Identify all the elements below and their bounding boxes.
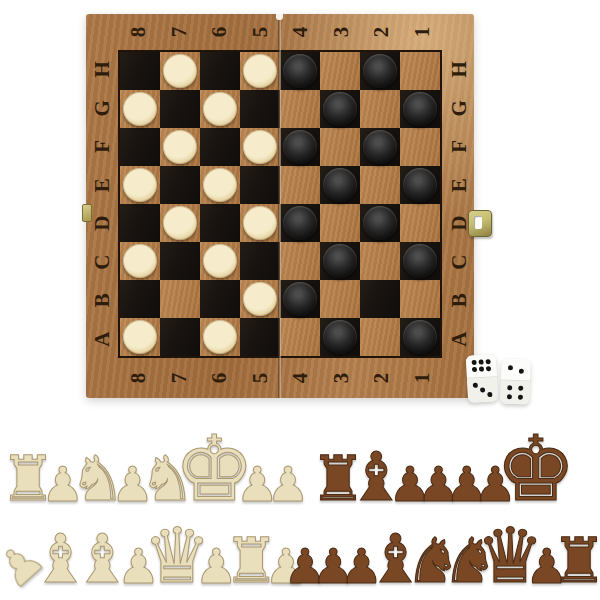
coord-label-2: 2: [363, 12, 399, 53]
brass-latch-icon: [468, 210, 492, 237]
square-H7[interactable]: [160, 52, 200, 90]
black-checker[interactable]: [403, 244, 437, 278]
coord-label-3: 3: [323, 12, 359, 53]
die-pip: [507, 394, 512, 399]
right-coordinate-labels: HGFEDCBA: [442, 50, 476, 358]
square-H2[interactable]: [360, 52, 400, 90]
white-checker[interactable]: [203, 92, 237, 126]
square-B3[interactable]: [320, 280, 360, 318]
brown-king[interactable]: ♚: [510, 424, 562, 514]
die-pip: [479, 367, 484, 372]
die-face-2: [501, 359, 531, 382]
square-G3[interactable]: [320, 90, 360, 128]
white-checker[interactable]: [123, 92, 157, 126]
white-checker[interactable]: [203, 244, 237, 278]
square-G8[interactable]: [120, 90, 160, 128]
square-D5[interactable]: [240, 204, 280, 242]
square-D4[interactable]: [280, 204, 320, 242]
square-A2[interactable]: [360, 318, 400, 356]
black-checker[interactable]: [403, 168, 437, 202]
square-D1[interactable]: [400, 204, 440, 242]
square-B4[interactable]: [280, 280, 320, 318]
white-king[interactable]: ♚: [188, 424, 240, 514]
square-H5[interactable]: [240, 52, 280, 90]
square-E1[interactable]: [400, 166, 440, 204]
fold-seam: [278, 14, 281, 398]
white-checker[interactable]: [163, 130, 197, 164]
chess-row2-white-group: ♟♝♝♟♛♟♜♟: [10, 502, 300, 582]
brass-hinge-icon: [82, 204, 92, 222]
square-F7[interactable]: [160, 128, 200, 166]
coord-label-7: 7: [161, 12, 197, 53]
square-E8[interactable]: [120, 166, 160, 204]
fold-seam-notch: [276, 12, 283, 20]
square-H3[interactable]: [320, 52, 360, 90]
coord-label-1: 1: [402, 358, 442, 399]
coord-label-B: B: [440, 283, 479, 317]
chess-row2-brown-group: ♟♟♟♝♞♞♛♟♜: [291, 502, 597, 582]
coord-label-B: B: [83, 284, 122, 316]
coord-label-3: 3: [321, 358, 361, 399]
square-C7[interactable]: [160, 242, 200, 280]
coord-label-F: F: [83, 130, 122, 162]
square-G6[interactable]: [200, 90, 240, 128]
coord-label-5: 5: [242, 12, 278, 53]
square-B7[interactable]: [160, 280, 200, 318]
coord-label-7: 7: [159, 358, 199, 399]
square-H6[interactable]: [200, 52, 240, 90]
black-checker[interactable]: [323, 244, 357, 278]
square-B1[interactable]: [400, 280, 440, 318]
die-pip: [487, 392, 492, 397]
square-F5[interactable]: [240, 128, 280, 166]
black-checker[interactable]: [403, 320, 437, 354]
square-E4[interactable]: [280, 166, 320, 204]
die-pip: [518, 369, 523, 374]
square-E5[interactable]: [240, 166, 280, 204]
square-A6[interactable]: [200, 318, 240, 356]
white-checker[interactable]: [203, 320, 237, 354]
square-A8[interactable]: [120, 318, 160, 356]
square-C6[interactable]: [200, 242, 240, 280]
square-B2[interactable]: [360, 280, 400, 318]
square-B6[interactable]: [200, 280, 240, 318]
white-checker[interactable]: [123, 244, 157, 278]
coord-label-4: 4: [282, 12, 318, 53]
die-pip: [472, 360, 477, 365]
product-photo-stage: 87654321 87654321 HGFEDCBA HGFEDCBA ♜♟♞♟…: [0, 0, 600, 600]
coord-label-6: 6: [199, 358, 239, 399]
white-checker[interactable]: [163, 54, 197, 88]
square-D3[interactable]: [320, 204, 360, 242]
black-checker[interactable]: [283, 282, 317, 316]
square-B5[interactable]: [240, 280, 280, 318]
square-G5[interactable]: [240, 90, 280, 128]
coord-label-H: H: [83, 53, 122, 85]
coord-label-A: A: [440, 322, 479, 356]
die-face-4: [500, 380, 530, 404]
white-pawn[interactable]: ♟: [274, 460, 302, 508]
die-pip: [472, 367, 477, 372]
white-checker[interactable]: [123, 320, 157, 354]
square-H4[interactable]: [280, 52, 320, 90]
square-C1[interactable]: [400, 242, 440, 280]
coord-label-C: C: [440, 245, 479, 279]
white-bishop[interactable]: ♝: [83, 526, 122, 593]
white-checker[interactable]: [163, 206, 197, 240]
die-face-6: [466, 354, 497, 378]
square-E7[interactable]: [160, 166, 200, 204]
black-checker[interactable]: [283, 54, 317, 88]
square-G1[interactable]: [400, 90, 440, 128]
white-checker[interactable]: [243, 206, 277, 240]
square-D2[interactable]: [360, 204, 400, 242]
coord-label-1: 1: [404, 12, 440, 53]
square-C2[interactable]: [360, 242, 400, 280]
chess-row1-white-group: ♜♟♞♟♞♚♟♟: [10, 420, 302, 500]
square-D7[interactable]: [160, 204, 200, 242]
black-checker[interactable]: [403, 92, 437, 126]
square-F2[interactable]: [360, 128, 400, 166]
white-checker[interactable]: [123, 168, 157, 202]
square-D6[interactable]: [200, 204, 240, 242]
coord-label-A: A: [83, 323, 122, 355]
black-checker[interactable]: [363, 130, 397, 164]
die-pip: [518, 386, 523, 391]
square-G7[interactable]: [160, 90, 200, 128]
square-B8[interactable]: [120, 280, 160, 318]
square-A5[interactable]: [240, 318, 280, 356]
square-F3[interactable]: [320, 128, 360, 166]
square-F4[interactable]: [280, 128, 320, 166]
black-checker[interactable]: [323, 320, 357, 354]
die-face-3: [467, 377, 498, 403]
square-C8[interactable]: [120, 242, 160, 280]
coord-label-G: G: [83, 92, 122, 124]
square-A3[interactable]: [320, 318, 360, 356]
square-G2[interactable]: [360, 90, 400, 128]
chess-row1-brown-group: ♜♝♟♟♟♟♚: [320, 420, 562, 500]
coord-label-6: 6: [201, 12, 237, 53]
black-checker[interactable]: [363, 206, 397, 240]
coord-label-E: E: [440, 168, 479, 202]
die-pip: [507, 386, 512, 391]
die-pip: [473, 383, 478, 388]
square-D8[interactable]: [120, 204, 160, 242]
square-E6[interactable]: [200, 166, 240, 204]
white-checker[interactable]: [243, 282, 277, 316]
white-queen[interactable]: ♛: [155, 518, 199, 594]
coord-label-5: 5: [240, 358, 280, 399]
square-H8[interactable]: [120, 52, 160, 90]
game-board: 87654321 87654321 HGFEDCBA HGFEDCBA: [86, 14, 474, 398]
coord-label-4: 4: [280, 358, 320, 399]
brown-rook[interactable]: ♜: [561, 530, 597, 592]
coord-label-C: C: [83, 246, 122, 278]
coord-label-G: G: [440, 91, 479, 125]
square-A1[interactable]: [400, 318, 440, 356]
square-G4[interactable]: [280, 90, 320, 128]
black-checker[interactable]: [323, 168, 357, 202]
black-checker[interactable]: [323, 92, 357, 126]
white-checker[interactable]: [243, 130, 277, 164]
die-pip: [480, 388, 485, 393]
square-E2[interactable]: [360, 166, 400, 204]
die-pip: [479, 360, 484, 365]
square-E3[interactable]: [320, 166, 360, 204]
square-F1[interactable]: [400, 128, 440, 166]
die-pip: [485, 367, 490, 372]
die-pip: [508, 365, 513, 370]
coord-label-8: 8: [118, 358, 158, 399]
coord-label-H: H: [440, 52, 479, 86]
white-checker[interactable]: [203, 168, 237, 202]
white-checker[interactable]: [243, 54, 277, 88]
square-C4[interactable]: [280, 242, 320, 280]
black-checker[interactable]: [363, 54, 397, 88]
die-2[interactable]: [500, 359, 531, 405]
square-C5[interactable]: [240, 242, 280, 280]
die-pip: [518, 395, 523, 400]
coord-label-F: F: [440, 129, 479, 163]
black-checker[interactable]: [283, 206, 317, 240]
square-F8[interactable]: [120, 128, 160, 166]
black-checker[interactable]: [283, 130, 317, 164]
coord-label-8: 8: [120, 12, 156, 53]
square-C3[interactable]: [320, 242, 360, 280]
coord-label-2: 2: [361, 358, 401, 399]
die-pip: [485, 359, 490, 364]
square-H1[interactable]: [400, 52, 440, 90]
die-1[interactable]: [466, 354, 498, 403]
square-F6[interactable]: [200, 128, 240, 166]
coord-label-E: E: [83, 169, 122, 201]
square-A4[interactable]: [280, 318, 320, 356]
square-A7[interactable]: [160, 318, 200, 356]
